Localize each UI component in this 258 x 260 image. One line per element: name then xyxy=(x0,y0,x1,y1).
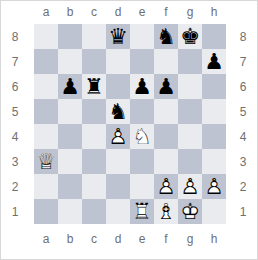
file-label-f: f xyxy=(154,232,178,246)
square-b6[interactable]: ♟ xyxy=(58,74,82,99)
rank-label-7: 7 xyxy=(6,49,24,74)
square-g5[interactable] xyxy=(178,99,202,124)
file-label-b: b xyxy=(58,232,82,246)
file-label-d: d xyxy=(106,5,130,19)
file-label-a: a xyxy=(34,5,58,19)
black-pawn-b6[interactable]: ♟ xyxy=(58,74,82,99)
square-g4[interactable] xyxy=(178,124,202,149)
rank-label-3: 3 xyxy=(6,149,24,174)
square-c6[interactable]: ♜ xyxy=(82,74,106,99)
square-e5[interactable] xyxy=(130,99,154,124)
square-e7[interactable] xyxy=(130,49,154,74)
square-h4[interactable] xyxy=(202,124,226,149)
square-c1[interactable] xyxy=(82,199,106,224)
square-h5[interactable] xyxy=(202,99,226,124)
square-b2[interactable] xyxy=(58,174,82,199)
black-rook-c6[interactable]: ♜ xyxy=(82,74,106,99)
square-e6[interactable]: ♟ xyxy=(130,74,154,99)
file-label-g: g xyxy=(178,5,202,19)
square-c4[interactable] xyxy=(82,124,106,149)
black-knight-d5[interactable]: ♞ xyxy=(106,99,130,124)
white-bishop-f1[interactable]: ♝♗ xyxy=(154,199,178,224)
square-d7[interactable] xyxy=(106,49,130,74)
square-g6[interactable] xyxy=(178,74,202,99)
rank-labels-left: 87654321 xyxy=(6,24,24,224)
square-a4[interactable] xyxy=(34,124,58,149)
square-h6[interactable] xyxy=(202,74,226,99)
square-d1[interactable] xyxy=(106,199,130,224)
square-f7[interactable] xyxy=(154,49,178,74)
square-a2[interactable] xyxy=(34,174,58,199)
square-e4[interactable]: ♞♘ xyxy=(130,124,154,149)
file-label-h: h xyxy=(202,232,226,246)
square-b7[interactable] xyxy=(58,49,82,74)
square-d4[interactable]: ♟♙ xyxy=(106,124,130,149)
white-rook-e1[interactable]: ♜♖ xyxy=(130,199,154,224)
rank-label-1: 1 xyxy=(6,199,24,224)
square-h3[interactable] xyxy=(202,149,226,174)
file-label-f: f xyxy=(154,5,178,19)
rank-label-6: 6 xyxy=(6,74,24,99)
square-f4[interactable] xyxy=(154,124,178,149)
rank-labels-right: 87654321 xyxy=(234,24,252,224)
rank-label-3: 3 xyxy=(234,149,252,174)
square-e3[interactable] xyxy=(130,149,154,174)
black-king-g8[interactable]: ♚ xyxy=(178,24,202,49)
rank-label-8: 8 xyxy=(234,24,252,49)
square-a3[interactable]: ♛♕ xyxy=(34,149,58,174)
square-f5[interactable] xyxy=(154,99,178,124)
white-king-g1[interactable]: ♚♔ xyxy=(178,199,202,224)
white-pawn-f2[interactable]: ♟♙ xyxy=(154,174,178,199)
square-h1[interactable] xyxy=(202,199,226,224)
square-f1[interactable]: ♝♗ xyxy=(154,199,178,224)
rank-label-4: 4 xyxy=(234,124,252,149)
file-label-d: d xyxy=(106,232,130,246)
square-g8[interactable]: ♚ xyxy=(178,24,202,49)
square-a1[interactable] xyxy=(34,199,58,224)
square-b8[interactable] xyxy=(58,24,82,49)
file-label-c: c xyxy=(82,5,106,19)
white-pawn-g2[interactable]: ♟♙ xyxy=(178,174,202,199)
square-e1[interactable]: ♜♖ xyxy=(130,199,154,224)
square-c8[interactable] xyxy=(82,24,106,49)
square-f8[interactable]: ♞ xyxy=(154,24,178,49)
file-label-e: e xyxy=(130,232,154,246)
square-c2[interactable] xyxy=(82,174,106,199)
rank-label-1: 1 xyxy=(234,199,252,224)
square-d3[interactable] xyxy=(106,149,130,174)
file-label-g: g xyxy=(178,232,202,246)
black-pawn-f6[interactable]: ♟ xyxy=(154,74,178,99)
square-a6[interactable] xyxy=(34,74,58,99)
white-knight-e4[interactable]: ♞♘ xyxy=(130,124,154,149)
square-f3[interactable] xyxy=(154,149,178,174)
square-g1[interactable]: ♚♔ xyxy=(178,199,202,224)
black-pawn-e6[interactable]: ♟ xyxy=(130,74,154,99)
black-queen-d8[interactable]: ♛ xyxy=(106,24,130,49)
square-c3[interactable] xyxy=(82,149,106,174)
square-h7[interactable]: ♟ xyxy=(202,49,226,74)
square-d5[interactable]: ♞ xyxy=(106,99,130,124)
square-f6[interactable]: ♟ xyxy=(154,74,178,99)
white-pawn-h2[interactable]: ♟♙ xyxy=(202,174,226,199)
rank-label-2: 2 xyxy=(234,174,252,199)
square-g3[interactable] xyxy=(178,149,202,174)
square-a8[interactable] xyxy=(34,24,58,49)
square-g2[interactable]: ♟♙ xyxy=(178,174,202,199)
square-d6[interactable] xyxy=(106,74,130,99)
white-pawn-d4[interactable]: ♟♙ xyxy=(106,124,130,149)
square-b5[interactable] xyxy=(58,99,82,124)
file-labels-top: abcdefgh xyxy=(34,5,226,19)
white-queen-a3[interactable]: ♛♕ xyxy=(34,149,58,174)
chess-board: ♛♞♚♟♟♜♟♟♞♟♙♞♘♛♕♟♙♟♙♟♙♜♖♝♗♚♔ xyxy=(34,24,226,224)
rank-label-6: 6 xyxy=(234,74,252,99)
rank-label-5: 5 xyxy=(234,99,252,124)
file-label-e: e xyxy=(130,5,154,19)
square-d2[interactable] xyxy=(106,174,130,199)
square-c7[interactable] xyxy=(82,49,106,74)
square-e2[interactable] xyxy=(130,174,154,199)
rank-label-4: 4 xyxy=(6,124,24,149)
chess-diagram: abcdefgh 87654321 ♛♞♚♟♟♜♟♟♞♟♙♞♘♛♕♟♙♟♙♟♙♜… xyxy=(0,0,258,260)
square-g7[interactable] xyxy=(178,49,202,74)
rank-label-5: 5 xyxy=(6,99,24,124)
file-label-a: a xyxy=(34,232,58,246)
square-h2[interactable]: ♟♙ xyxy=(202,174,226,199)
square-h8[interactable] xyxy=(202,24,226,49)
square-b4[interactable] xyxy=(58,124,82,149)
square-a7[interactable] xyxy=(34,49,58,74)
file-label-h: h xyxy=(202,5,226,19)
black-knight-f8[interactable]: ♞ xyxy=(154,24,178,49)
file-labels-bottom: abcdefgh xyxy=(34,232,226,246)
rank-label-8: 8 xyxy=(6,24,24,49)
square-a5[interactable] xyxy=(34,99,58,124)
black-pawn-h7[interactable]: ♟ xyxy=(202,49,226,74)
square-b1[interactable] xyxy=(58,199,82,224)
file-label-b: b xyxy=(58,5,82,19)
file-label-c: c xyxy=(82,232,106,246)
square-d8[interactable]: ♛ xyxy=(106,24,130,49)
square-e8[interactable] xyxy=(130,24,154,49)
rank-label-7: 7 xyxy=(234,49,252,74)
square-b3[interactable] xyxy=(58,149,82,174)
rank-label-2: 2 xyxy=(6,174,24,199)
square-c5[interactable] xyxy=(82,99,106,124)
square-f2[interactable]: ♟♙ xyxy=(154,174,178,199)
